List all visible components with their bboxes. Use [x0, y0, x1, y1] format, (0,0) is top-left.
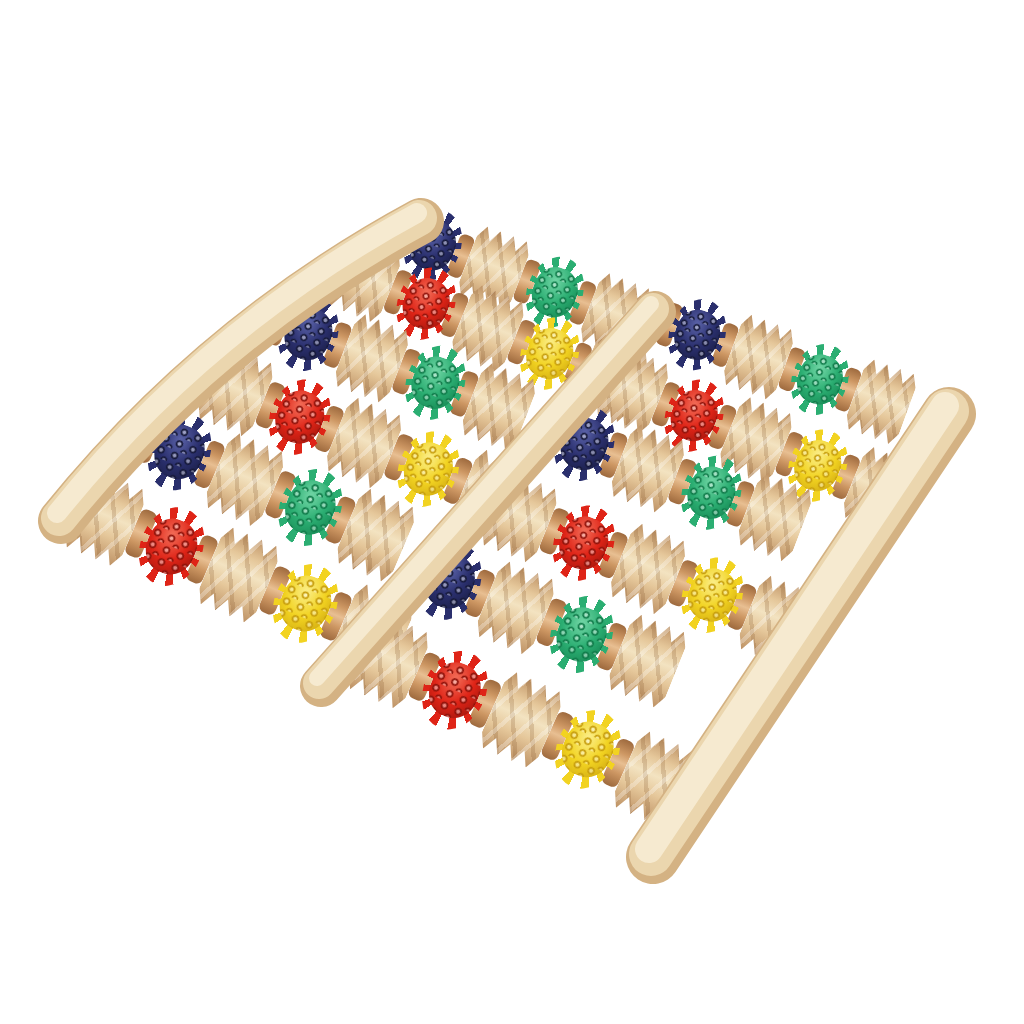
product-photo-stage [0, 0, 1024, 1024]
roller-rows-layer [0, 0, 1024, 1024]
